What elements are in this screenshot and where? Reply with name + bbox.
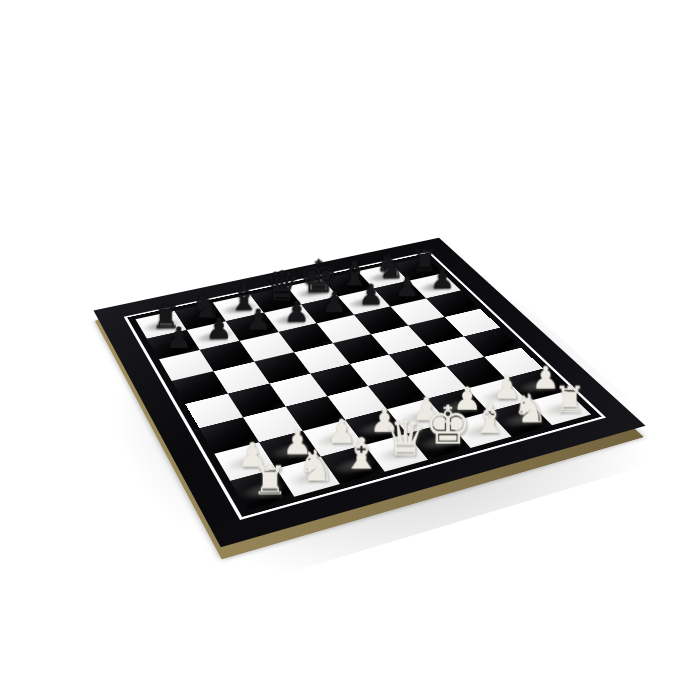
white-rook-piece[interactable]: ♜ [228, 461, 310, 501]
square-a5[interactable] [172, 371, 228, 404]
square-a1[interactable]: ♜ [230, 469, 294, 510]
black-pawn-piece[interactable]: ♟ [144, 323, 213, 353]
photo-canvas: ♜♞♝♛♚♝♞♜♟♟♟♟♟♟♟♟♟♟♟♟♟♟♟♟♜♞♝♛♚♝♞♜ [0, 0, 700, 700]
chess-board: ♜♞♝♛♚♝♞♜♟♟♟♟♟♟♟♟♟♟♟♟♟♟♟♟♜♞♝♛♚♝♞♜ [94, 238, 646, 548]
white-rook-wrap: ♜ [230, 469, 294, 510]
